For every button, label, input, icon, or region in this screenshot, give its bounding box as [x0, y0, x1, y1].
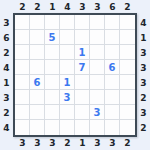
cell-r7c5[interactable]	[75, 105, 90, 120]
clue-bottom-1: 3	[15, 136, 30, 149]
cell-r1c7[interactable]	[105, 15, 120, 30]
cell-r3c3[interactable]	[45, 45, 60, 60]
cell-r3c8[interactable]	[120, 45, 135, 60]
cell-r8c2[interactable]	[30, 120, 45, 135]
clue-right-1: 4	[137, 15, 150, 30]
cell-r7c7[interactable]	[105, 105, 120, 120]
cell-r8c4[interactable]	[60, 120, 75, 135]
clue-right-4: 3	[137, 60, 150, 75]
cell-r5c5[interactable]	[75, 75, 90, 90]
cell-r4c1[interactable]	[15, 60, 30, 75]
cell-r4c8[interactable]	[120, 60, 135, 75]
clue-bottom-8: 2	[120, 136, 135, 149]
cell-r6c2[interactable]	[30, 90, 45, 105]
cell-r6c8[interactable]	[120, 90, 135, 105]
cell-r7c4[interactable]	[60, 105, 75, 120]
cell-r7c6[interactable]: 3	[90, 105, 105, 120]
clue-left-4: 4	[0, 60, 13, 75]
cell-r7c8[interactable]	[120, 105, 135, 120]
cell-r6c6[interactable]	[90, 90, 105, 105]
clue-top-3: 1	[45, 0, 60, 13]
cell-r4c4[interactable]	[60, 60, 75, 75]
skyscrapers-board: 51766133	[13, 13, 137, 137]
clue-bottom-6: 3	[90, 136, 105, 149]
clue-left-3: 2	[0, 45, 13, 60]
cell-r7c1[interactable]	[15, 105, 30, 120]
cell-r4c6[interactable]	[90, 60, 105, 75]
cell-r4c7[interactable]: 6	[105, 60, 120, 75]
clues-bottom: 33321332	[15, 136, 135, 149]
cell-r8c3[interactable]	[45, 120, 60, 135]
cell-r7c3[interactable]	[45, 105, 60, 120]
clue-top-6: 3	[90, 0, 105, 13]
cell-r1c5[interactable]	[75, 15, 90, 30]
cell-r3c7[interactable]	[105, 45, 120, 60]
cell-r1c1[interactable]	[15, 15, 30, 30]
cell-r5c6[interactable]	[90, 75, 105, 90]
clue-top-2: 2	[30, 0, 45, 13]
clue-left-2: 6	[0, 30, 13, 45]
clue-left-5: 1	[0, 75, 13, 90]
clue-right-3: 3	[137, 45, 150, 60]
cell-r6c3[interactable]	[45, 90, 60, 105]
cell-r3c1[interactable]	[15, 45, 30, 60]
cell-r8c8[interactable]	[120, 120, 135, 135]
cell-r1c2[interactable]	[30, 15, 45, 30]
cell-r3c5[interactable]: 1	[75, 45, 90, 60]
clue-right-7: 3	[137, 105, 150, 120]
clue-left-7: 2	[0, 105, 13, 120]
cell-r5c3[interactable]	[45, 75, 60, 90]
cell-r5c8[interactable]	[120, 75, 135, 90]
clues-top: 22143362	[15, 0, 135, 13]
clue-top-5: 3	[75, 0, 90, 13]
cell-r2c2[interactable]	[30, 30, 45, 45]
cell-r2c1[interactable]	[15, 30, 30, 45]
cell-r5c1[interactable]	[15, 75, 30, 90]
cell-r4c5[interactable]: 7	[75, 60, 90, 75]
cell-r2c4[interactable]	[60, 30, 75, 45]
cell-r4c3[interactable]	[45, 60, 60, 75]
clues-right: 41333232	[137, 15, 150, 135]
clue-bottom-4: 2	[60, 136, 75, 149]
clue-left-8: 4	[0, 120, 13, 135]
clue-top-7: 6	[105, 0, 120, 13]
cell-r3c4[interactable]	[60, 45, 75, 60]
clue-left-1: 3	[0, 15, 13, 30]
cell-r2c3[interactable]: 5	[45, 30, 60, 45]
clue-right-2: 1	[137, 30, 150, 45]
clue-top-4: 4	[60, 0, 75, 13]
cell-r2c5[interactable]	[75, 30, 90, 45]
clue-bottom-2: 3	[30, 136, 45, 149]
cell-r4c2[interactable]	[30, 60, 45, 75]
clue-top-8: 2	[120, 0, 135, 13]
clue-bottom-5: 1	[75, 136, 90, 149]
cell-r1c8[interactable]	[120, 15, 135, 30]
clue-left-6: 3	[0, 90, 13, 105]
cell-r5c7[interactable]	[105, 75, 120, 90]
cell-r1c6[interactable]	[90, 15, 105, 30]
cell-r6c4[interactable]: 3	[60, 90, 75, 105]
cell-r2c6[interactable]	[90, 30, 105, 45]
cell-r6c5[interactable]	[75, 90, 90, 105]
clue-right-5: 3	[137, 75, 150, 90]
cell-r3c2[interactable]	[30, 45, 45, 60]
clue-top-1: 2	[15, 0, 30, 13]
cell-r5c2[interactable]: 6	[30, 75, 45, 90]
cell-r8c7[interactable]	[105, 120, 120, 135]
cell-r8c1[interactable]	[15, 120, 30, 135]
skyscrapers-puzzle: 22143362 36241324 41333232 33321332 5176…	[0, 0, 150, 150]
cell-r1c4[interactable]	[60, 15, 75, 30]
cell-r8c5[interactable]	[75, 120, 90, 135]
clues-left: 36241324	[0, 15, 13, 135]
clue-right-8: 2	[137, 120, 150, 135]
cell-r2c8[interactable]	[120, 30, 135, 45]
clue-bottom-7: 3	[105, 136, 120, 149]
cell-r1c3[interactable]	[45, 15, 60, 30]
cell-r6c1[interactable]	[15, 90, 30, 105]
cell-r2c7[interactable]	[105, 30, 120, 45]
cell-r3c6[interactable]	[90, 45, 105, 60]
cell-r7c2[interactable]	[30, 105, 45, 120]
cell-r5c4[interactable]: 1	[60, 75, 75, 90]
cell-r8c6[interactable]	[90, 120, 105, 135]
clue-bottom-3: 3	[45, 136, 60, 149]
clue-right-6: 2	[137, 90, 150, 105]
cell-r6c7[interactable]	[105, 90, 120, 105]
